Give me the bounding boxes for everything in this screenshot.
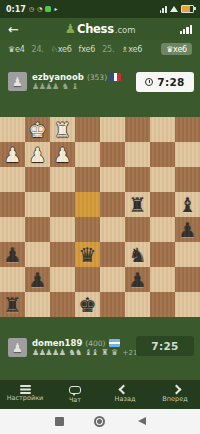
settings-list-icon [20, 385, 31, 387]
square[interactable] [50, 217, 75, 242]
android-back-button[interactable] [138, 417, 146, 425]
square[interactable] [25, 292, 50, 317]
square[interactable] [50, 167, 75, 192]
square[interactable]: ♝ [175, 192, 200, 217]
status-right-icons [160, 5, 194, 13]
white-pawn: ♟ [54, 145, 72, 165]
player-bottom-name[interactable]: domen189 [32, 338, 82, 348]
black-pawn: ♟ [29, 270, 47, 290]
square[interactable] [25, 242, 50, 267]
chess-board: ♚♜♟♟♟♜♝♟♟♛♞♟♟♜♚ [0, 117, 200, 317]
square[interactable] [175, 267, 200, 292]
status-bar: 0:17 ◷ ◔ ▸ [0, 0, 200, 18]
square[interactable] [175, 167, 200, 192]
square[interactable] [175, 242, 200, 267]
square[interactable] [100, 242, 125, 267]
square[interactable] [125, 117, 150, 142]
square[interactable] [75, 217, 100, 242]
square[interactable] [25, 217, 50, 242]
player-bottom: ♟ domen189 (400) ♟♟♟♟♟ ♞♞ ♝♝ ♜ ♛ +21 [8, 338, 137, 357]
player-bottom-rating: (400) [85, 339, 105, 348]
chesscom-pawn-logo-icon: ♟ [64, 22, 76, 35]
move-token[interactable]: ♗xe6 [121, 45, 142, 54]
black-pawn: ♟ [179, 220, 197, 240]
black-bishop: ♝ [179, 195, 197, 215]
app-notification-icon: ◔ [37, 6, 42, 12]
cell-signal-icon [160, 6, 167, 13]
square[interactable] [75, 267, 100, 292]
black-pawn: ♟ [129, 270, 147, 290]
square[interactable]: ♟ [50, 142, 75, 167]
square[interactable] [0, 192, 25, 217]
player-top: ♟ ezbyanoob (353) ♟♟♟♟ ♞ ♝ [8, 72, 121, 91]
player-top-clock: 7:28 [136, 72, 194, 92]
chesscom-logo: ♟ Chess .com [64, 22, 135, 36]
white-pawn: ♟ [4, 145, 22, 165]
avatar-pawn-icon: ♟ [12, 342, 23, 354]
clock-icon [145, 78, 153, 86]
player-top-name[interactable]: ezbyanoob [32, 72, 84, 82]
square[interactable] [75, 167, 100, 192]
android-nav-bar [0, 409, 200, 434]
wifi-icon [170, 6, 178, 12]
nav-settings-button[interactable]: Настройки [0, 380, 50, 409]
move-token[interactable]: ♘xe6 [51, 45, 72, 54]
square[interactable]: ♟ [125, 267, 150, 292]
square[interactable] [100, 192, 125, 217]
square[interactable] [75, 192, 100, 217]
player-bottom-clock-time: 7:25 [151, 340, 178, 352]
white-king: ♚ [29, 120, 47, 140]
player-bottom-clock: 7:25 [136, 336, 194, 356]
bottom-nav: Настройки Чат Назад Вперед [0, 380, 200, 409]
flag-argentina-icon [109, 339, 120, 347]
square[interactable] [150, 242, 175, 267]
black-knight: ♞ [129, 245, 147, 265]
square[interactable] [0, 267, 25, 292]
square[interactable] [50, 242, 75, 267]
player-bottom-captured-pieces: ♟♟♟♟♟ ♞♞ ♝♝ ♜ ♛ [32, 349, 118, 357]
nav-back-move-button[interactable]: Назад [100, 380, 150, 409]
black-king: ♚ [79, 295, 97, 315]
move-number: 24. [32, 45, 44, 54]
square[interactable]: ♟ [25, 142, 50, 167]
android-home-button[interactable] [94, 416, 105, 427]
back-arrow-icon[interactable]: ← [8, 23, 19, 36]
square[interactable]: ♛ [75, 242, 100, 267]
logo-tld: .com [115, 25, 136, 35]
white-pawn: ♟ [29, 145, 47, 165]
black-rook: ♜ [4, 295, 22, 315]
header: ← ♟ Chess .com [0, 18, 200, 40]
square[interactable] [175, 292, 200, 317]
square[interactable] [125, 142, 150, 167]
square[interactable] [25, 167, 50, 192]
square[interactable] [150, 192, 175, 217]
square[interactable] [100, 142, 125, 167]
square[interactable] [100, 292, 125, 317]
black-queen: ♛ [79, 245, 97, 265]
square[interactable]: ♜ [50, 117, 75, 142]
square[interactable] [0, 167, 25, 192]
battery-icon [181, 5, 194, 13]
avatar-pawn-icon: ♟ [12, 76, 23, 88]
screen: 0:17 ◷ ◔ ▸ ← ♟ Chess .com ♛e424.♘xe6fxe6… [0, 0, 200, 434]
player-top-rating: (353) [87, 73, 107, 82]
square[interactable]: ♜ [0, 292, 25, 317]
move-token[interactable]: ♛e4 [8, 45, 25, 54]
black-pawn: ♟ [4, 245, 22, 265]
square[interactable] [75, 117, 100, 142]
square[interactable]: ♟ [25, 267, 50, 292]
square[interactable]: ♞ [125, 242, 150, 267]
square[interactable]: ♟ [175, 217, 200, 242]
square[interactable] [175, 142, 200, 167]
square[interactable] [50, 292, 75, 317]
chevron-right-icon [172, 385, 182, 395]
chevron-left-icon [119, 385, 129, 395]
connection-strength-icon [180, 25, 192, 34]
square[interactable] [150, 117, 175, 142]
square[interactable]: ♟ [0, 242, 25, 267]
square[interactable] [125, 292, 150, 317]
square[interactable] [0, 117, 25, 142]
square[interactable] [50, 267, 75, 292]
move-token[interactable]: fxe6 [79, 45, 96, 54]
move-list: ♛e424.♘xe6fxe625.♗xe6♛xe6 [0, 40, 200, 58]
nav-forward-move-button[interactable]: Вперед [150, 380, 200, 409]
move-token[interactable]: ♛xe6 [161, 43, 192, 55]
player-bottom-avatar[interactable]: ♟ [8, 338, 27, 357]
move-number: 25. [102, 45, 114, 54]
status-time: 0:17 [6, 5, 26, 14]
square[interactable] [125, 167, 150, 192]
white-rook: ♜ [54, 120, 72, 140]
square[interactable] [100, 167, 125, 192]
messenger-notification-icon [45, 6, 51, 12]
square[interactable] [75, 142, 100, 167]
player-top-avatar[interactable]: ♟ [8, 72, 27, 91]
square[interactable] [150, 217, 175, 242]
black-rook: ♜ [129, 195, 147, 215]
square[interactable] [25, 192, 50, 217]
square[interactable] [0, 217, 25, 242]
square[interactable] [100, 217, 125, 242]
square[interactable] [150, 142, 175, 167]
android-recents-button[interactable] [55, 417, 64, 426]
square[interactable] [50, 192, 75, 217]
square[interactable] [100, 267, 125, 292]
flag-france-icon [110, 73, 121, 81]
misc-notification-icon: ▸ [54, 6, 57, 12]
square[interactable]: ♜ [125, 192, 150, 217]
square[interactable] [100, 117, 125, 142]
square[interactable] [125, 217, 150, 242]
player-top-captured-pieces: ♟♟♟♟ ♞ ♝ [32, 83, 78, 91]
square[interactable] [175, 117, 200, 142]
square[interactable]: ♚ [75, 292, 100, 317]
square[interactable] [150, 292, 175, 317]
square[interactable] [150, 167, 175, 192]
logo-text: Chess [77, 22, 114, 36]
player-top-clock-time: 7:28 [157, 76, 184, 88]
square[interactable]: ♟ [0, 142, 25, 167]
alarm-icon: ◷ [29, 6, 34, 12]
square[interactable] [150, 267, 175, 292]
nav-chat-button[interactable]: Чат [50, 380, 100, 409]
chat-bubble-icon [69, 386, 81, 394]
square[interactable]: ♚ [25, 117, 50, 142]
